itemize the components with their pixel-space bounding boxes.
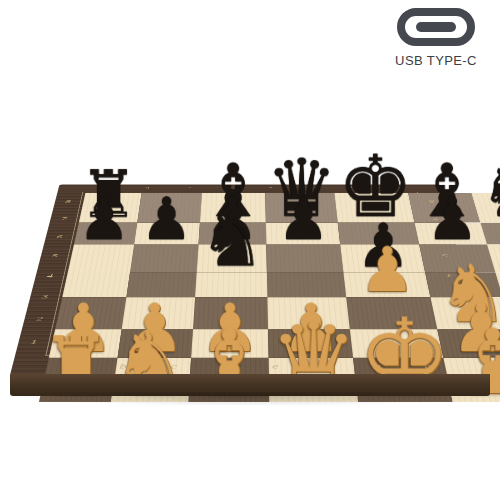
piece-black-pawn-b7[interactable]: ♟︎ — [141, 196, 193, 241]
square-d7[interactable]: ♟︎ — [266, 222, 340, 244]
piece-white-pawn-e4[interactable]: ♟︎ — [360, 245, 416, 293]
piece-black-knight-c6[interactable]: ♞︎ — [199, 211, 266, 269]
rank-label-left-5: 5 — [39, 246, 70, 265]
square-e4[interactable]: ♟︎ — [344, 272, 431, 297]
rank-label-left-7: 7 — [49, 210, 78, 228]
rank-label-left-6: 6 — [44, 228, 74, 247]
chess-board: ♜︎♝︎♛︎♚︎♝︎♞︎♜︎♟︎♟︎♟︎♟︎♟︎♟︎♟︎♞︎♟︎♟︎♞︎♟︎♟︎… — [10, 184, 490, 375]
chess-board-scene: ♜︎♝︎♛︎♚︎♝︎♞︎♜︎♟︎♟︎♟︎♟︎♟︎♟︎♟︎♞︎♟︎♟︎♞︎♟︎♟︎… — [10, 0, 490, 375]
board-grid: ♜︎♝︎♛︎♚︎♝︎♞︎♜︎♟︎♟︎♟︎♟︎♟︎♟︎♟︎♞︎♟︎♟︎♞︎♟︎♟︎… — [50, 193, 451, 354]
square-c6[interactable]: ♞︎ — [197, 244, 267, 272]
piece-black-pawn-a7[interactable]: ♟︎ — [78, 196, 130, 241]
square-a7[interactable]: ♟︎ — [74, 222, 137, 244]
square-b6[interactable] — [130, 244, 199, 272]
square-b7[interactable]: ♟︎ — [134, 222, 200, 244]
square-a6[interactable] — [68, 244, 134, 272]
square-d6[interactable] — [266, 244, 343, 272]
board-drop-shadow — [4, 392, 496, 406]
piece-black-pawn-g7[interactable]: ♟︎ — [492, 196, 500, 241]
piece-black-pawn-d7[interactable]: ♟︎ — [277, 196, 329, 241]
rank-label-left-4: 4 — [34, 266, 66, 286]
piece-black-pawn-f7[interactable]: ♟︎ — [426, 196, 478, 241]
